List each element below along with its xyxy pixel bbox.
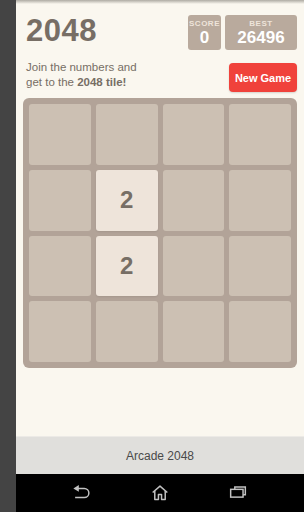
best-value: 26496	[237, 29, 284, 47]
ad-banner-text: Arcade 2048	[126, 449, 194, 463]
board-cell	[29, 104, 91, 165]
subtitle-line1: Join the numbers and	[26, 61, 137, 73]
board-cell	[163, 301, 225, 362]
board-cell	[96, 301, 158, 362]
recents-button[interactable]	[226, 481, 250, 505]
board-cell	[29, 236, 91, 297]
best-box: BEST 26496	[225, 15, 297, 50]
board-cell	[29, 301, 91, 362]
score-value: 0	[200, 29, 209, 47]
score-box: SCORE 0	[188, 15, 221, 50]
board-cell	[163, 104, 225, 165]
subtitle-goal: 2048 tile!	[77, 76, 126, 88]
board-cell	[229, 170, 291, 231]
subtitle: Join the numbers and get to the 2048 til…	[26, 60, 137, 90]
board-cell	[163, 236, 225, 297]
board-cell	[229, 104, 291, 165]
back-button[interactable]	[70, 481, 94, 505]
board-cell	[229, 301, 291, 362]
board-grid[interactable]: 22	[23, 98, 297, 368]
ad-banner[interactable]: Arcade 2048	[16, 436, 304, 474]
back-icon	[71, 482, 93, 504]
board-cell	[29, 170, 91, 231]
new-game-button[interactable]: New Game	[229, 63, 297, 92]
tile-2: 2	[96, 236, 158, 297]
home-button[interactable]	[148, 481, 172, 505]
tile-2: 2	[96, 170, 158, 231]
board-cell	[96, 104, 158, 165]
board-cell	[229, 236, 291, 297]
home-icon	[149, 482, 171, 504]
subtitle-line2: get to the	[26, 76, 77, 88]
page-title: 2048	[26, 13, 97, 49]
app-2048: 2048 SCORE 0 BEST 26496 Join the numbers…	[16, 0, 304, 512]
board-cell	[163, 170, 225, 231]
android-navbar	[16, 474, 304, 512]
recents-icon	[227, 482, 249, 504]
statusbar-shadow	[16, 0, 304, 4]
